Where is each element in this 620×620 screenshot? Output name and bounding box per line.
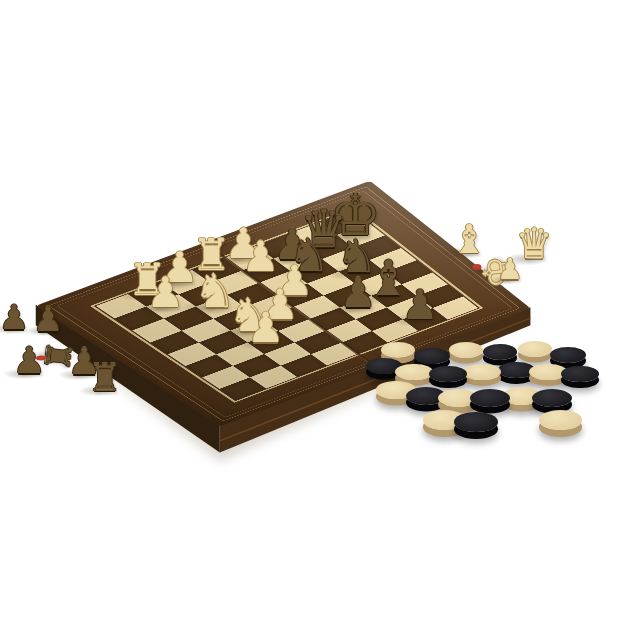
scene-photo: ♚♛♞♝♟♟♞♟♟♟♟♜♟♟♞♞♟♜♟♟♟♟♟♜♜♝♚♟♛ (0, 0, 620, 620)
